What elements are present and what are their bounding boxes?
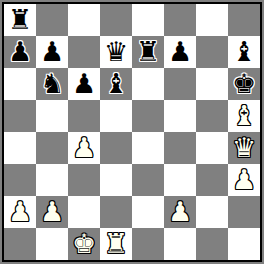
square-f7[interactable]: ♟ [164, 36, 196, 68]
square-h4[interactable]: ♛ [228, 132, 260, 164]
black-bishop-piece: ♝ [232, 36, 256, 68]
square-c2[interactable] [68, 196, 100, 228]
square-d3[interactable] [100, 164, 132, 196]
square-a5[interactable] [4, 100, 36, 132]
black-pawn-piece: ♟ [72, 68, 96, 100]
square-e4[interactable] [132, 132, 164, 164]
black-queen-piece: ♛ [104, 36, 128, 68]
black-pawn-piece: ♟ [40, 36, 64, 68]
square-f2[interactable]: ♟ [164, 196, 196, 228]
square-e1[interactable] [132, 228, 164, 260]
square-b2[interactable]: ♟ [36, 196, 68, 228]
square-f4[interactable] [164, 132, 196, 164]
white-bishop-piece: ♝ [232, 100, 256, 132]
square-a1[interactable] [4, 228, 36, 260]
square-b7[interactable]: ♟ [36, 36, 68, 68]
square-b3[interactable] [36, 164, 68, 196]
square-h3[interactable]: ♟ [228, 164, 260, 196]
square-d6[interactable]: ♝ [100, 68, 132, 100]
square-a4[interactable] [4, 132, 36, 164]
square-f5[interactable] [164, 100, 196, 132]
square-g2[interactable] [196, 196, 228, 228]
square-e7[interactable]: ♜ [132, 36, 164, 68]
square-a8[interactable]: ♜ [4, 4, 36, 36]
square-g5[interactable] [196, 100, 228, 132]
square-f8[interactable] [164, 4, 196, 36]
black-king-piece: ♚ [232, 68, 256, 100]
square-a2[interactable]: ♟ [4, 196, 36, 228]
square-h8[interactable] [228, 4, 260, 36]
black-pawn-piece: ♟ [168, 36, 192, 68]
square-d7[interactable]: ♛ [100, 36, 132, 68]
black-bishop-piece: ♝ [104, 68, 128, 100]
square-c4[interactable]: ♟ [68, 132, 100, 164]
square-c1[interactable]: ♚ [68, 228, 100, 260]
square-a7[interactable]: ♟ [4, 36, 36, 68]
square-h1[interactable] [228, 228, 260, 260]
black-pawn-piece: ♟ [8, 36, 32, 68]
square-e6[interactable] [132, 68, 164, 100]
square-f6[interactable] [164, 68, 196, 100]
square-e3[interactable] [132, 164, 164, 196]
square-c3[interactable] [68, 164, 100, 196]
square-h6[interactable]: ♚ [228, 68, 260, 100]
white-pawn-piece: ♟ [8, 196, 32, 228]
square-g6[interactable] [196, 68, 228, 100]
board-frame: ♜♟♟♛♜♟♝♞♟♝♚♝♟♛♟♟♟♟♚♜ [2, 2, 262, 262]
square-e5[interactable] [132, 100, 164, 132]
square-f1[interactable] [164, 228, 196, 260]
white-queen-piece: ♛ [232, 132, 256, 164]
white-king-piece: ♚ [72, 228, 96, 260]
square-c8[interactable] [68, 4, 100, 36]
square-f3[interactable] [164, 164, 196, 196]
square-h5[interactable]: ♝ [228, 100, 260, 132]
square-d1[interactable]: ♜ [100, 228, 132, 260]
square-b5[interactable] [36, 100, 68, 132]
black-rook-piece: ♜ [136, 36, 160, 68]
square-d5[interactable] [100, 100, 132, 132]
white-pawn-piece: ♟ [72, 132, 96, 164]
square-e2[interactable] [132, 196, 164, 228]
white-pawn-piece: ♟ [168, 196, 192, 228]
square-d8[interactable] [100, 4, 132, 36]
white-pawn-piece: ♟ [40, 196, 64, 228]
square-g8[interactable] [196, 4, 228, 36]
square-b4[interactable] [36, 132, 68, 164]
square-d2[interactable] [100, 196, 132, 228]
square-b8[interactable] [36, 4, 68, 36]
square-h2[interactable] [228, 196, 260, 228]
square-c5[interactable] [68, 100, 100, 132]
square-e8[interactable] [132, 4, 164, 36]
white-pawn-piece: ♟ [232, 164, 256, 196]
square-g4[interactable] [196, 132, 228, 164]
square-d4[interactable] [100, 132, 132, 164]
square-g3[interactable] [196, 164, 228, 196]
black-rook-piece: ♜ [8, 4, 32, 36]
square-g7[interactable] [196, 36, 228, 68]
white-rook-piece: ♜ [104, 228, 128, 260]
square-b1[interactable] [36, 228, 68, 260]
square-c7[interactable] [68, 36, 100, 68]
square-b6[interactable]: ♞ [36, 68, 68, 100]
square-c6[interactable]: ♟ [68, 68, 100, 100]
square-a3[interactable] [4, 164, 36, 196]
square-a6[interactable] [4, 68, 36, 100]
chess-board: ♜♟♟♛♜♟♝♞♟♝♚♝♟♛♟♟♟♟♚♜ [4, 4, 260, 260]
black-knight-piece: ♞ [40, 68, 64, 100]
square-g1[interactable] [196, 228, 228, 260]
square-h7[interactable]: ♝ [228, 36, 260, 68]
